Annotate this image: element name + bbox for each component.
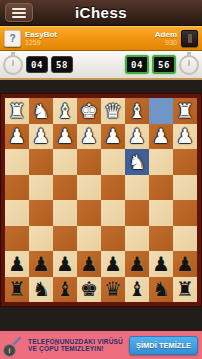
piece-bP[interactable]: ♟ — [56, 254, 74, 274]
piece-bQ[interactable]: ♛ — [104, 279, 122, 299]
stopwatch-icon — [179, 55, 199, 75]
piece-wN[interactable]: ♞ — [32, 101, 50, 121]
opponent-info: ? EasyBot 1259 — [4, 30, 57, 47]
square-a7[interactable]: ♟ — [173, 251, 197, 277]
user-rating: 930 — [165, 39, 177, 46]
piece-bR[interactable]: ♜ — [8, 279, 26, 299]
square-a8[interactable]: ♜ — [173, 277, 197, 303]
piece-wN[interactable]: ♞ — [128, 152, 146, 172]
user-avatar — [181, 30, 198, 47]
square-g3[interactable] — [29, 149, 53, 175]
piece-wR[interactable]: ♜ — [8, 101, 26, 121]
square-f4[interactable] — [53, 175, 77, 201]
square-h2[interactable]: ♟ — [5, 124, 29, 150]
square-h3[interactable] — [5, 149, 29, 175]
square-b5[interactable] — [149, 200, 173, 226]
square-e7[interactable]: ♟ — [77, 251, 101, 277]
white-clock: 04 58 — [3, 55, 73, 75]
bot-avatar: ? — [4, 30, 21, 47]
square-a4[interactable] — [173, 175, 197, 201]
square-h5[interactable] — [5, 200, 29, 226]
square-g2[interactable]: ♟ — [29, 124, 53, 150]
square-g1[interactable]: ♞ — [29, 98, 53, 124]
white-clock-seconds: 58 — [51, 56, 73, 73]
square-f7[interactable]: ♟ — [53, 251, 77, 277]
piece-wP[interactable]: ♟ — [8, 126, 26, 146]
piece-wP[interactable]: ♟ — [56, 126, 74, 146]
app-header: iChess — [0, 0, 202, 26]
square-h4[interactable] — [5, 175, 29, 201]
square-f1[interactable]: ♝ — [53, 98, 77, 124]
ad-line1: TELEFONUNUZDAKI VIRÜSÜ — [28, 338, 123, 345]
ad-cta-button[interactable]: ŞİMDİ TEMİZLE — [129, 336, 198, 355]
square-a1[interactable]: ♜ — [173, 98, 197, 124]
square-g4[interactable] — [29, 175, 53, 201]
square-g7[interactable]: ♟ — [29, 251, 53, 277]
piece-bP[interactable]: ♟ — [176, 254, 194, 274]
square-d7[interactable]: ♟ — [101, 251, 125, 277]
square-c6[interactable] — [125, 226, 149, 252]
piece-wP[interactable]: ♟ — [176, 126, 194, 146]
square-a3[interactable] — [173, 149, 197, 175]
black-clock: 04 56 — [125, 55, 199, 75]
board-area: ♜♞♝♚♛♝♜♟♟♟♟♟♟♟♟♞♟♟♟♟♟♟♟♟♜♞♝♚♛♝♞♜ — [0, 94, 202, 346]
square-h7[interactable]: ♟ — [5, 251, 29, 277]
square-d2[interactable]: ♟ — [101, 124, 125, 150]
user-name: Adem — [155, 31, 177, 39]
square-e5[interactable] — [77, 200, 101, 226]
square-e6[interactable] — [77, 226, 101, 252]
square-d4[interactable] — [101, 175, 125, 201]
square-f2[interactable]: ♟ — [53, 124, 77, 150]
ad-text: TELEFONUNUZDAKI VIRÜSÜ VE ÇÖPÜ TEMIZLEYI… — [28, 338, 123, 353]
black-clock-minutes: 04 — [125, 55, 149, 74]
stopwatch-icon — [3, 55, 23, 75]
ad-banner[interactable]: TELEFONUNUZDAKI VIRÜSÜ VE ÇÖPÜ TEMIZLEYI… — [0, 331, 202, 359]
ichess-app: iChess ? EasyBot 1259 Adem 930 04 58 04 … — [0, 0, 202, 359]
square-d1[interactable]: ♛ — [101, 98, 125, 124]
opponent-name: EasyBot — [25, 31, 57, 39]
opponent-rating: 1259 — [25, 39, 57, 46]
piece-wB[interactable]: ♝ — [56, 101, 74, 121]
square-a6[interactable] — [173, 226, 197, 252]
square-b7[interactable]: ♟ — [149, 251, 173, 277]
square-h6[interactable] — [5, 226, 29, 252]
piece-wP[interactable]: ♟ — [152, 126, 170, 146]
piece-bB[interactable]: ♝ — [128, 279, 146, 299]
square-h8[interactable]: ♜ — [5, 277, 29, 303]
piece-bN[interactable]: ♞ — [152, 279, 170, 299]
piece-wK[interactable]: ♚ — [80, 101, 98, 121]
square-f8[interactable]: ♝ — [53, 277, 77, 303]
piece-bP[interactable]: ♟ — [152, 254, 170, 274]
square-c3[interactable]: ♞ — [125, 149, 149, 175]
square-g6[interactable] — [29, 226, 53, 252]
square-c8[interactable]: ♝ — [125, 277, 149, 303]
square-d6[interactable] — [101, 226, 125, 252]
piece-wP[interactable]: ♟ — [104, 126, 122, 146]
square-f5[interactable] — [53, 200, 77, 226]
chess-board: ♜♞♝♚♛♝♜♟♟♟♟♟♟♟♟♞♟♟♟♟♟♟♟♟♜♞♝♚♛♝♞♜ — [1, 94, 201, 306]
piece-wB[interactable]: ♝ — [128, 101, 146, 121]
ad-line2: VE ÇÖPÜ TEMIZLEYIN! — [28, 345, 123, 352]
square-b2[interactable]: ♟ — [149, 124, 173, 150]
piece-bN[interactable]: ♞ — [32, 279, 50, 299]
square-g5[interactable] — [29, 200, 53, 226]
piece-bP[interactable]: ♟ — [128, 254, 146, 274]
square-c5[interactable] — [125, 200, 149, 226]
square-b1[interactable] — [149, 98, 173, 124]
black-clock-seconds: 56 — [152, 55, 176, 74]
square-e2[interactable]: ♟ — [77, 124, 101, 150]
square-h1[interactable]: ♜ — [5, 98, 29, 124]
square-e3[interactable] — [77, 149, 101, 175]
square-a2[interactable]: ♟ — [173, 124, 197, 150]
piece-bP[interactable]: ♟ — [8, 254, 26, 274]
square-e1[interactable]: ♚ — [77, 98, 101, 124]
square-c1[interactable]: ♝ — [125, 98, 149, 124]
square-e8[interactable]: ♚ — [77, 277, 101, 303]
ad-info-icon[interactable]: i — [3, 344, 16, 357]
piece-bK[interactable]: ♚ — [80, 279, 98, 299]
square-d8[interactable]: ♛ — [101, 277, 125, 303]
square-f6[interactable] — [53, 226, 77, 252]
piece-wP[interactable]: ♟ — [80, 126, 98, 146]
user-info: Adem 930 — [155, 30, 198, 47]
player-bar: ? EasyBot 1259 Adem 930 — [0, 26, 202, 51]
square-c4[interactable] — [125, 175, 149, 201]
white-clock-minutes: 04 — [26, 56, 48, 73]
piece-wP[interactable]: ♟ — [32, 126, 50, 146]
square-b4[interactable] — [149, 175, 173, 201]
square-b3[interactable] — [149, 149, 173, 175]
square-c2[interactable]: ♟ — [125, 124, 149, 150]
piece-bP[interactable]: ♟ — [104, 254, 122, 274]
piece-bP[interactable]: ♟ — [32, 254, 50, 274]
piece-bR[interactable]: ♜ — [176, 279, 194, 299]
square-g8[interactable]: ♞ — [29, 277, 53, 303]
piece-wR[interactable]: ♜ — [176, 101, 194, 121]
piece-bP[interactable]: ♟ — [80, 254, 98, 274]
square-a5[interactable] — [173, 200, 197, 226]
app-title: iChess — [0, 4, 202, 21]
square-b6[interactable] — [149, 226, 173, 252]
piece-wQ[interactable]: ♛ — [104, 101, 122, 121]
square-e4[interactable] — [77, 175, 101, 201]
square-d5[interactable] — [101, 200, 125, 226]
square-c7[interactable]: ♟ — [125, 251, 149, 277]
piece-wP[interactable]: ♟ — [128, 126, 146, 146]
square-f3[interactable] — [53, 149, 77, 175]
square-b8[interactable]: ♞ — [149, 277, 173, 303]
piece-bB[interactable]: ♝ — [56, 279, 74, 299]
square-d3[interactable] — [101, 149, 125, 175]
clock-bar: 04 58 04 56 — [0, 51, 202, 80]
